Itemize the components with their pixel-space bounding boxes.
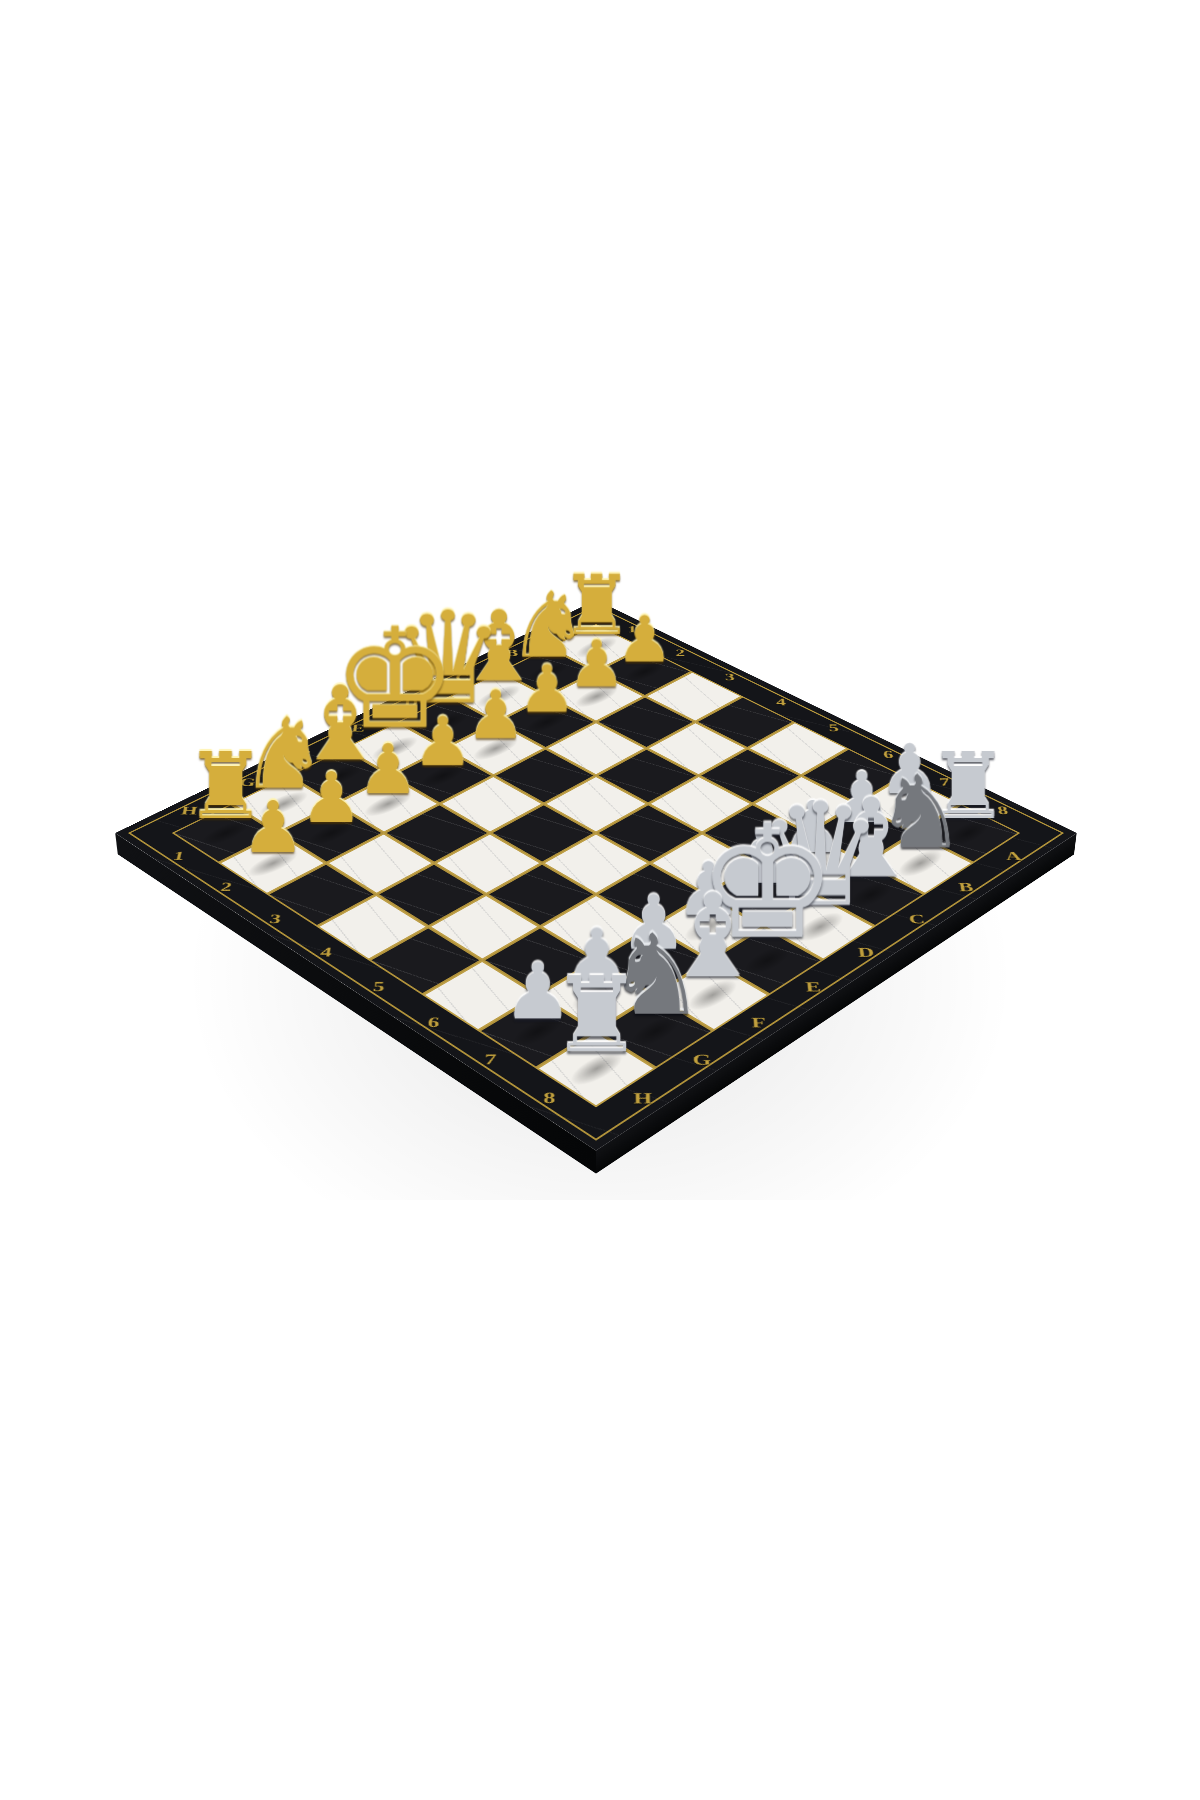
gold-pawn-glyph: ♟ xyxy=(240,792,304,863)
gold-pawn-glyph: ♟ xyxy=(299,763,362,833)
silver-rook-glyph: ♜ xyxy=(549,964,643,1068)
product-photo-scene: HGFEDCBA HGFEDCBA 12345678 12345678 ♜♞♝♛… xyxy=(0,0,1200,1800)
